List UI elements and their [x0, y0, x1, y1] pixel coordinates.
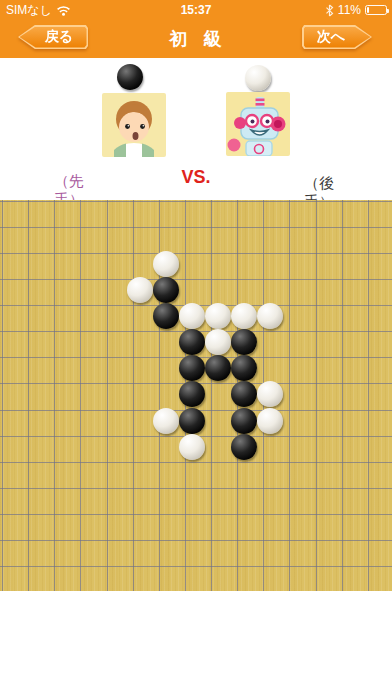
back-button-label: 戻る — [18, 25, 88, 49]
board-stone-white — [205, 303, 231, 329]
right-player-stone — [245, 65, 271, 91]
next-button-label: 次へ — [302, 25, 372, 49]
board-stone-white — [231, 303, 257, 329]
board-stone-black — [153, 277, 179, 303]
boy-avatar-image — [102, 93, 166, 157]
board-stone-white — [205, 329, 231, 355]
battery-percent-label: 11% — [338, 3, 361, 17]
board-stone-black — [231, 329, 257, 355]
board-stone-black — [231, 408, 257, 434]
status-bar: SIMなし 15:37 11% — [0, 0, 392, 20]
board-stone-black — [179, 381, 205, 407]
board-stone-white — [179, 303, 205, 329]
board-stone-white — [257, 303, 283, 329]
board-stone-black — [205, 355, 231, 381]
battery-icon — [365, 5, 387, 15]
next-button[interactable]: 次へ — [302, 25, 372, 49]
robot-avatar-image — [226, 92, 290, 156]
board-stone-black — [231, 434, 257, 460]
back-button[interactable]: 戻る — [18, 25, 88, 49]
battery-fill — [367, 7, 369, 13]
game-board[interactable] — [0, 200, 392, 591]
board-stone-white — [153, 408, 179, 434]
board-stone-black — [153, 303, 179, 329]
board-stone-black — [231, 381, 257, 407]
board-stone-black — [231, 355, 257, 381]
clock-label: 15:37 — [181, 3, 212, 17]
board-stone-black — [179, 408, 205, 434]
nav-bar: 初 級 戻る 次へ — [0, 20, 392, 58]
board-stone-white — [179, 434, 205, 460]
bluetooth-icon — [325, 4, 334, 17]
app-window: SIMなし 15:37 11% 初 級 戻る — [0, 0, 392, 696]
board-stone-black — [179, 329, 205, 355]
board-stone-white — [153, 251, 179, 277]
board-stone-white — [257, 381, 283, 407]
bottom-spacer — [0, 591, 392, 696]
player-panel: （先手） VS. （後手） 得点 2 : 1 — [0, 58, 392, 200]
board-stone-black — [179, 355, 205, 381]
board-stone-white — [257, 408, 283, 434]
left-player-stone — [117, 64, 143, 90]
cpu-player-avatar — [226, 92, 290, 156]
vs-label: VS. — [176, 167, 216, 188]
board-stone-white — [127, 277, 153, 303]
human-player-avatar — [102, 93, 166, 157]
